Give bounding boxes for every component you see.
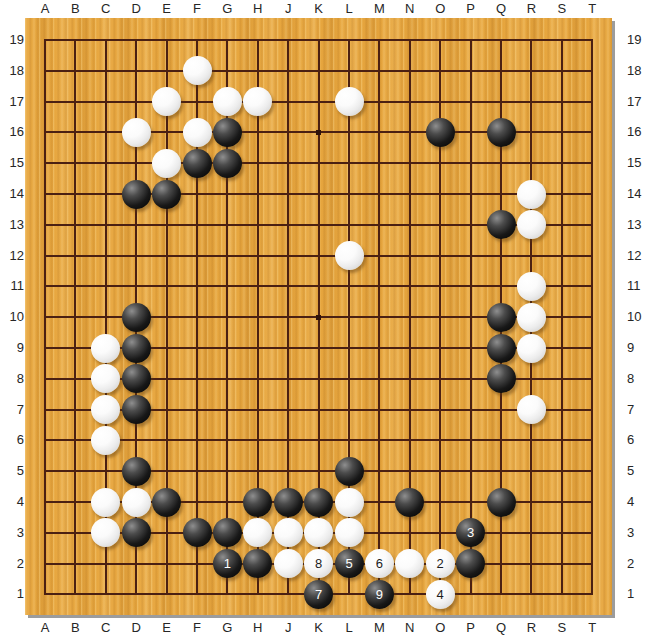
coord-label-left-14: 14: [2, 186, 24, 202]
stone-black-G15: [213, 149, 242, 178]
stone-white-O1: 4: [426, 580, 455, 609]
coord-label-top-A: A: [33, 1, 57, 17]
coord-label-right-18: 18: [627, 63, 649, 79]
coord-label-bottom-A: A: [33, 620, 57, 636]
stone-black-P3: 3: [456, 518, 485, 547]
coord-label-top-S: S: [550, 1, 574, 17]
coord-label-top-G: G: [215, 1, 239, 17]
grid-line-vertical-T: [591, 39, 593, 595]
coord-label-left-12: 12: [2, 248, 24, 264]
coord-label-bottom-C: C: [94, 620, 118, 636]
move-number-8: 8: [304, 549, 333, 578]
coord-label-left-2: 2: [2, 556, 24, 572]
move-number-6: 6: [365, 549, 394, 578]
coord-label-top-K: K: [307, 1, 331, 17]
stone-black-G2: 1: [213, 549, 242, 578]
coord-label-top-B: B: [63, 1, 87, 17]
stone-white-D4: [122, 488, 151, 517]
move-number-1: 1: [213, 549, 242, 578]
coord-label-top-C: C: [94, 1, 118, 17]
stone-black-Q9: [487, 334, 516, 363]
stone-white-C8: [91, 364, 120, 393]
stone-black-Q13: [487, 210, 516, 239]
stone-white-R9: [517, 334, 546, 363]
coord-label-top-L: L: [337, 1, 361, 17]
coord-label-top-N: N: [398, 1, 422, 17]
stone-white-C7: [91, 395, 120, 424]
stone-black-K4: [304, 488, 333, 517]
move-number-4: 4: [426, 580, 455, 609]
stone-white-R14: [517, 180, 546, 209]
stone-white-L4: [335, 488, 364, 517]
coord-label-top-T: T: [580, 1, 604, 17]
stone-black-F3: [183, 518, 212, 547]
coord-label-bottom-P: P: [459, 620, 483, 636]
coord-label-top-H: H: [246, 1, 270, 17]
stone-black-Q16: [487, 118, 516, 147]
stone-white-F18: [183, 56, 212, 85]
coord-label-right-1: 1: [627, 586, 649, 602]
coord-label-top-O: O: [428, 1, 452, 17]
coord-label-top-M: M: [367, 1, 391, 17]
coord-label-right-8: 8: [627, 371, 649, 387]
stone-white-L17: [335, 87, 364, 116]
coord-label-right-19: 19: [627, 32, 649, 48]
stone-white-O2: 2: [426, 549, 455, 578]
coord-label-bottom-Q: Q: [489, 620, 513, 636]
stone-black-D14: [122, 180, 151, 209]
coord-label-bottom-L: L: [337, 620, 361, 636]
stone-black-D7: [122, 395, 151, 424]
coord-label-bottom-T: T: [580, 620, 604, 636]
coord-label-left-8: 8: [2, 371, 24, 387]
stone-black-G3: [213, 518, 242, 547]
stone-white-L12: [335, 241, 364, 270]
stone-white-R10: [517, 303, 546, 332]
stone-white-H17: [243, 87, 272, 116]
stone-black-F15: [183, 149, 212, 178]
coord-label-left-18: 18: [2, 63, 24, 79]
grid-line-vertical-S: [561, 39, 563, 595]
coord-label-left-19: 19: [2, 32, 24, 48]
coord-label-bottom-F: F: [185, 620, 209, 636]
coord-label-right-13: 13: [627, 217, 649, 233]
coord-label-left-17: 17: [2, 94, 24, 110]
coord-label-left-1: 1: [2, 586, 24, 602]
stone-white-G17: [213, 87, 242, 116]
coord-label-right-9: 9: [627, 340, 649, 356]
grid-line-vertical-M: [378, 39, 380, 595]
coord-label-bottom-H: H: [246, 620, 270, 636]
coord-label-left-16: 16: [2, 124, 24, 140]
coord-label-left-3: 3: [2, 525, 24, 541]
coord-label-right-6: 6: [627, 432, 649, 448]
coord-label-bottom-G: G: [215, 620, 239, 636]
coord-label-top-D: D: [124, 1, 148, 17]
stone-white-E17: [152, 87, 181, 116]
stone-white-C6: [91, 426, 120, 455]
stone-white-E15: [152, 149, 181, 178]
coord-label-left-6: 6: [2, 432, 24, 448]
stone-black-P2: [456, 549, 485, 578]
coord-label-right-16: 16: [627, 124, 649, 140]
stone-white-C9: [91, 334, 120, 363]
move-number-3: 3: [456, 518, 485, 547]
coord-label-left-4: 4: [2, 494, 24, 510]
stone-white-K3: [304, 518, 333, 547]
stone-black-E4: [152, 488, 181, 517]
stone-white-N2: [395, 549, 424, 578]
stone-white-L3: [335, 518, 364, 547]
coord-label-top-E: E: [155, 1, 179, 17]
coord-label-left-10: 10: [2, 309, 24, 325]
move-number-5: 5: [335, 549, 364, 578]
stone-black-L2: 5: [335, 549, 364, 578]
stone-black-Q8: [487, 364, 516, 393]
stone-black-Q4: [487, 488, 516, 517]
stone-black-H2: [243, 549, 272, 578]
coord-label-left-13: 13: [2, 217, 24, 233]
coord-label-bottom-R: R: [519, 620, 543, 636]
move-number-9: 9: [365, 580, 394, 609]
coord-label-left-9: 9: [2, 340, 24, 356]
coord-label-bottom-M: M: [367, 620, 391, 636]
stone-black-J4: [274, 488, 303, 517]
coord-label-top-J: J: [276, 1, 300, 17]
stone-white-C4: [91, 488, 120, 517]
move-number-7: 7: [304, 580, 333, 609]
stone-white-R7: [517, 395, 546, 424]
coord-label-right-11: 11: [627, 278, 649, 294]
stone-white-R13: [517, 210, 546, 239]
stone-black-H4: [243, 488, 272, 517]
coord-label-bottom-S: S: [550, 620, 574, 636]
stone-black-K1: 7: [304, 580, 333, 609]
coord-label-right-10: 10: [627, 309, 649, 325]
stone-white-J2: [274, 549, 303, 578]
coord-label-right-7: 7: [627, 402, 649, 418]
stone-white-C3: [91, 518, 120, 547]
stone-white-R11: [517, 272, 546, 301]
stone-black-G16: [213, 118, 242, 147]
stone-black-E14: [152, 180, 181, 209]
stone-black-N4: [395, 488, 424, 517]
coord-label-bottom-D: D: [124, 620, 148, 636]
go-board[interactable]: 318562794: [25, 18, 612, 615]
coord-label-top-Q: Q: [489, 1, 513, 17]
stone-black-D9: [122, 334, 151, 363]
coord-label-left-11: 11: [2, 278, 24, 294]
page: 318562794 AABBCCDDEEFFGGHHJJKKLLMMNNOOPP…: [0, 0, 650, 644]
coord-label-left-15: 15: [2, 155, 24, 171]
stone-black-Q10: [487, 303, 516, 332]
coord-label-right-4: 4: [627, 494, 649, 510]
coord-label-bottom-N: N: [398, 620, 422, 636]
grid-line-horizontal-6: [44, 439, 593, 441]
stone-white-K2: 8: [304, 549, 333, 578]
coord-label-top-P: P: [459, 1, 483, 17]
stone-white-F16: [183, 118, 212, 147]
stone-black-D8: [122, 364, 151, 393]
coord-label-left-7: 7: [2, 402, 24, 418]
stone-black-D5: [122, 457, 151, 486]
coord-label-right-2: 2: [627, 556, 649, 572]
stone-black-L5: [335, 457, 364, 486]
coord-label-top-F: F: [185, 1, 209, 17]
coord-label-bottom-K: K: [307, 620, 331, 636]
coord-label-bottom-B: B: [63, 620, 87, 636]
grid-line-vertical-P: [470, 39, 472, 595]
coord-label-top-R: R: [519, 1, 543, 17]
stone-white-M2: 6: [365, 549, 394, 578]
star-point-K10: [316, 315, 321, 320]
coord-label-bottom-O: O: [428, 620, 452, 636]
star-point-K16: [316, 130, 321, 135]
coord-label-right-12: 12: [627, 248, 649, 264]
stone-white-H3: [243, 518, 272, 547]
move-number-2: 2: [426, 549, 455, 578]
coord-label-bottom-J: J: [276, 620, 300, 636]
coord-label-right-5: 5: [627, 463, 649, 479]
stone-black-D3: [122, 518, 151, 547]
stone-black-M1: 9: [365, 580, 394, 609]
stone-white-J3: [274, 518, 303, 547]
coord-label-right-3: 3: [627, 525, 649, 541]
coord-label-left-5: 5: [2, 463, 24, 479]
coord-label-bottom-E: E: [155, 620, 179, 636]
stone-black-D10: [122, 303, 151, 332]
coord-label-right-15: 15: [627, 155, 649, 171]
coord-label-right-14: 14: [627, 186, 649, 202]
stone-black-O16: [426, 118, 455, 147]
stone-white-D16: [122, 118, 151, 147]
coord-label-right-17: 17: [627, 94, 649, 110]
